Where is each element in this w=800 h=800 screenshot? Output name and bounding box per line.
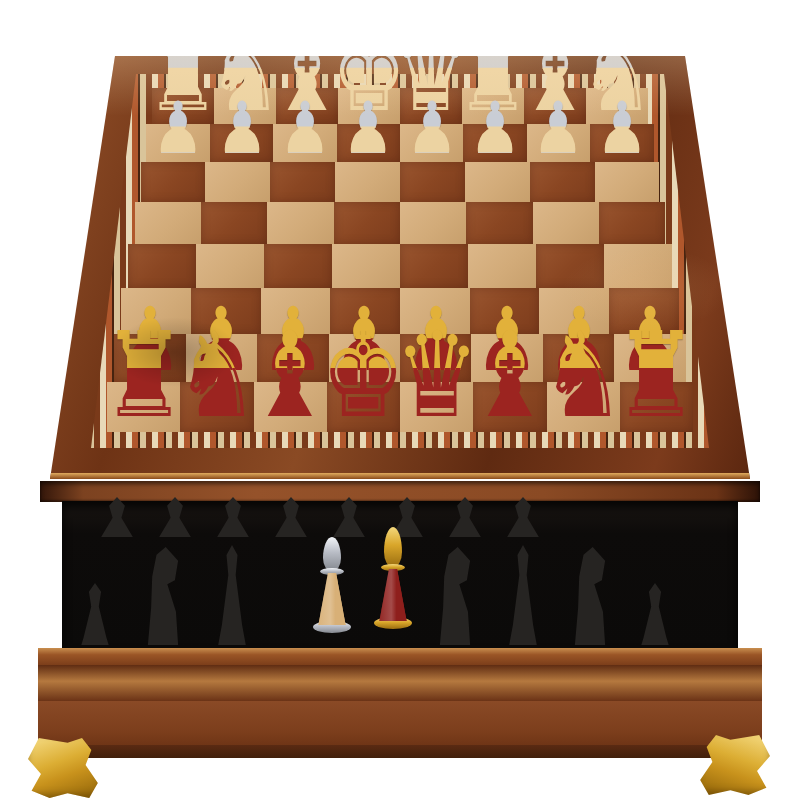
piece-silver-p-g7[interactable]: ♟♟♟	[526, 92, 591, 164]
square-f6[interactable]	[465, 162, 530, 202]
square-c7[interactable]: ♟♟♟	[273, 124, 336, 162]
square-c6[interactable]	[270, 162, 335, 202]
square-g4[interactable]	[536, 244, 604, 288]
piece-silver-p-h7[interactable]: ♟♟♟	[590, 92, 655, 164]
drawer-slot-pawn	[76, 583, 114, 645]
square-a6[interactable]	[141, 162, 206, 202]
square-h7[interactable]: ♟♟♟	[590, 124, 653, 162]
drawer-slot-bishop	[500, 545, 546, 645]
piece-gold-r-h1[interactable]: ♜♜♜	[603, 316, 709, 434]
square-g6[interactable]	[530, 162, 595, 202]
square-d5[interactable]	[334, 202, 400, 244]
drawer-slot-pawn	[269, 497, 313, 537]
drawer-front-ledge	[38, 648, 762, 665]
board-edge-highlight	[50, 473, 750, 479]
square-e6[interactable]	[400, 162, 465, 202]
piece-silver-p-b7[interactable]: ♟♟♟	[209, 92, 274, 164]
square-d7[interactable]: ♟♟♟	[337, 124, 400, 162]
piece-silver-p-d7[interactable]: ♟♟♟	[336, 92, 401, 164]
square-e5[interactable]	[400, 202, 466, 244]
square-g7[interactable]: ♟♟♟	[527, 124, 590, 162]
drawer-piece-gold-piece[interactable]	[373, 527, 413, 629]
square-f5[interactable]	[466, 202, 532, 244]
drawer-slot-bishop	[209, 545, 255, 645]
drawer-slot-pawn	[211, 497, 255, 537]
box-lip	[40, 481, 760, 502]
drawer-slot-knight	[428, 547, 482, 645]
square-e4[interactable]	[400, 244, 468, 288]
square-c5[interactable]	[267, 202, 333, 244]
board-grid: ♜♜♜♞♞♞♝♝♝♚♚♚♛♛♛♜♜♜♝♝♝♞♞♞♟♟♟♟♟♟♟♟♟♟♟♟♟♟♟♟…	[48, 56, 752, 479]
loose-piece-finial	[323, 537, 341, 571]
square-e7[interactable]: ♟♟♟	[400, 124, 463, 162]
loose-piece-body	[376, 569, 410, 621]
square-h1[interactable]: ♜♜♜	[620, 382, 693, 432]
drawer-slot-pawn	[443, 497, 487, 537]
square-a4[interactable]	[128, 244, 196, 288]
piece-silver-p-e7[interactable]: ♟♟♟	[399, 92, 464, 164]
drawer-slot-knight	[136, 547, 190, 645]
square-b6[interactable]	[205, 162, 270, 202]
drawer-interior[interactable]	[62, 501, 738, 648]
loose-piece-finial	[384, 527, 402, 567]
drawer-slot-knight	[563, 547, 617, 645]
square-a5[interactable]	[135, 202, 201, 244]
piece-silver-p-c7[interactable]: ♟♟♟	[273, 92, 338, 164]
drawer-front[interactable]	[38, 648, 762, 758]
piece-silver-p-f7[interactable]: ♟♟♟	[463, 92, 528, 164]
square-d6[interactable]	[335, 162, 400, 202]
product-photo-scene: ♜♜♜♞♞♞♝♝♝♚♚♚♛♛♛♜♜♜♝♝♝♞♞♞♟♟♟♟♟♟♟♟♟♟♟♟♟♟♟♟…	[0, 0, 800, 800]
square-f4[interactable]	[468, 244, 536, 288]
board-frame: ♜♜♜♞♞♞♝♝♝♚♚♚♛♛♛♜♜♜♝♝♝♞♞♞♟♟♟♟♟♟♟♟♟♟♟♟♟♟♟♟…	[48, 56, 752, 479]
drawer-front-panel	[38, 701, 762, 745]
piece-silver-p-a7[interactable]: ♟♟♟	[146, 92, 211, 164]
square-g5[interactable]	[533, 202, 599, 244]
square-b4[interactable]	[196, 244, 264, 288]
square-b7[interactable]: ♟♟♟	[210, 124, 273, 162]
loose-piece-body	[315, 573, 349, 625]
square-h4[interactable]	[604, 244, 672, 288]
drawer-front-molding	[38, 665, 762, 701]
drawer-slot-pawn	[636, 583, 674, 645]
square-h5[interactable]	[599, 202, 665, 244]
square-f7[interactable]: ♟♟♟	[463, 124, 526, 162]
drawer-slot-pawn	[153, 497, 197, 537]
square-c4[interactable]	[264, 244, 332, 288]
square-b5[interactable]	[201, 202, 267, 244]
square-a7[interactable]: ♟♟♟	[146, 124, 209, 162]
drawer-slot-pawn	[327, 497, 371, 537]
square-h6[interactable]	[595, 162, 660, 202]
drawer-front-base-edge	[38, 745, 762, 758]
drawer-slot-pawn	[501, 497, 545, 537]
drawer-piece-silver-piece[interactable]	[312, 537, 352, 633]
drawer-slot-pawn	[95, 497, 139, 537]
square-d4[interactable]	[332, 244, 400, 288]
